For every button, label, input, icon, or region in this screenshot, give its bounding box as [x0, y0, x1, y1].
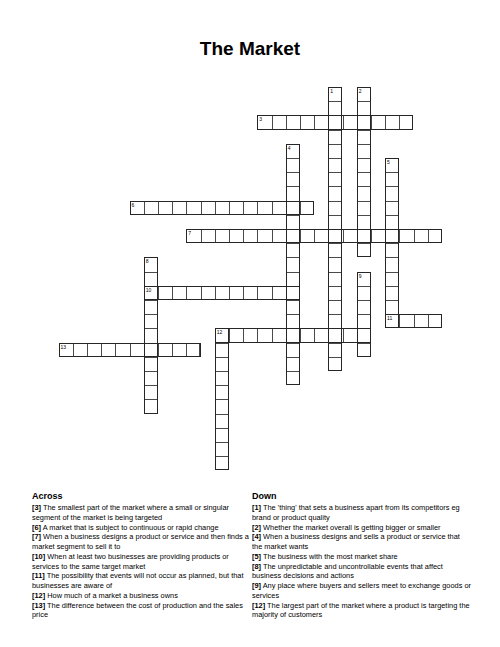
cell-number: 3: [259, 116, 262, 122]
grid-cell[interactable]: [215, 399, 229, 413]
grid-cell[interactable]: [243, 286, 257, 300]
grid-cell[interactable]: [257, 201, 271, 215]
grid-cell[interactable]: [229, 229, 243, 243]
clue-number: [5]: [252, 552, 261, 561]
grid-cell[interactable]: [357, 243, 371, 257]
grid-cell[interactable]: [101, 343, 115, 357]
grid-cell[interactable]: [300, 229, 314, 243]
grid-cell[interactable]: [215, 428, 229, 442]
grid-cell[interactable]: [385, 201, 399, 215]
grid-cell[interactable]: [229, 201, 243, 215]
clue-down-12: [12] The largest part of the market wher…: [252, 601, 471, 621]
grid-cell[interactable]: [371, 229, 385, 243]
grid-cell[interactable]: [286, 343, 300, 357]
grid-cell[interactable]: [328, 257, 342, 271]
grid-cell[interactable]: [357, 158, 371, 172]
grid-cell[interactable]: [357, 144, 371, 158]
grid-cell[interactable]: 1: [328, 87, 342, 101]
grid-cell[interactable]: [328, 158, 342, 172]
grid-cell[interactable]: [272, 328, 286, 342]
grid-cell[interactable]: [328, 115, 342, 129]
clue-number: [11]: [32, 571, 45, 580]
grid-cell[interactable]: [286, 172, 300, 186]
grid-cell[interactable]: [328, 201, 342, 215]
grid-cell[interactable]: [144, 272, 158, 286]
grid-cell[interactable]: [385, 286, 399, 300]
grid-cell[interactable]: [328, 144, 342, 158]
grid-cell[interactable]: [172, 286, 186, 300]
grid-cell[interactable]: [144, 343, 158, 357]
grid-cell[interactable]: [328, 243, 342, 257]
grid-cell[interactable]: 5: [385, 158, 399, 172]
grid-cell[interactable]: [399, 229, 413, 243]
grid-cell[interactable]: [328, 343, 342, 357]
grid-cell[interactable]: [357, 201, 371, 215]
grid-cell[interactable]: 12: [215, 328, 229, 342]
grid-cell[interactable]: [385, 229, 399, 243]
grid-cell[interactable]: [286, 186, 300, 200]
grid-cell[interactable]: 6: [130, 201, 144, 215]
grid-cell[interactable]: [286, 314, 300, 328]
grid-cell[interactable]: [328, 172, 342, 186]
grid-cell[interactable]: 10: [144, 286, 158, 300]
grid-cell[interactable]: [243, 229, 257, 243]
down-clue-list: [1] The 'thing' that sets a business apa…: [252, 503, 471, 620]
grid-cell[interactable]: [385, 115, 399, 129]
grid-cell[interactable]: [144, 385, 158, 399]
clue-number: [12]: [32, 591, 45, 600]
grid-cell[interactable]: [328, 357, 342, 371]
grid-cell[interactable]: [357, 229, 371, 243]
grid-cell[interactable]: [286, 257, 300, 271]
grid-cell[interactable]: [286, 158, 300, 172]
grid-cell[interactable]: [215, 414, 229, 428]
grid-cell[interactable]: 9: [357, 272, 371, 286]
grid-cell[interactable]: [115, 343, 129, 357]
grid-cell[interactable]: [357, 215, 371, 229]
grid-cell[interactable]: [286, 328, 300, 342]
clue-down-5: [5] The business with the most market sh…: [252, 552, 471, 562]
across-clue-list: [3] The smallest part of the market wher…: [32, 503, 251, 620]
grid-cell[interactable]: [385, 300, 399, 314]
grid-cell[interactable]: [314, 328, 328, 342]
down-header: Down: [252, 491, 471, 502]
clue-number: [1]: [252, 503, 261, 512]
grid-cell[interactable]: [215, 357, 229, 371]
clue-across-12: [12] How much of a market a business own…: [32, 591, 251, 601]
grid-cell[interactable]: [399, 115, 413, 129]
grid-cell[interactable]: [328, 300, 342, 314]
clue-down-2: [2] Whether the market overall is gettin…: [252, 523, 471, 533]
grid-cell[interactable]: [272, 115, 286, 129]
clue-across-3: [3] The smallest part of the market wher…: [32, 503, 251, 523]
grid-cell[interactable]: [215, 343, 229, 357]
grid-cell[interactable]: [328, 272, 342, 286]
cell-number: 4: [288, 145, 291, 151]
grid-cell[interactable]: [328, 186, 342, 200]
grid-cell[interactable]: 11: [385, 314, 399, 328]
clue-across-7: [7] When a business designs a product or…: [32, 532, 251, 552]
grid-cell[interactable]: [144, 201, 158, 215]
grid-cell[interactable]: [300, 201, 314, 215]
clue-number: [3]: [32, 503, 41, 512]
cell-number: 8: [146, 258, 149, 264]
grid-cell[interactable]: [357, 343, 371, 357]
clue-number: [4]: [252, 532, 261, 541]
grid-cell[interactable]: [300, 328, 314, 342]
grid-cell[interactable]: [385, 172, 399, 186]
grid-cell[interactable]: [272, 286, 286, 300]
cell-number: 12: [217, 329, 223, 335]
grid-cell[interactable]: [215, 442, 229, 456]
across-clues-section: Across [3] The smallest part of the mark…: [32, 491, 251, 620]
grid-cell[interactable]: [328, 328, 342, 342]
cell-number: 13: [61, 344, 67, 350]
clue-down-9: [9] Any place where buyers and sellers m…: [252, 581, 471, 601]
clue-across-11: [11] The possibility that events will no…: [32, 571, 251, 591]
cell-number: 7: [188, 230, 191, 236]
grid-cell[interactable]: [357, 286, 371, 300]
grid-cell[interactable]: [73, 343, 87, 357]
grid-cell[interactable]: [144, 399, 158, 413]
grid-cell[interactable]: [201, 286, 215, 300]
grid-cell[interactable]: [215, 456, 229, 470]
grid-cell[interactable]: 8: [144, 257, 158, 271]
grid-cell[interactable]: [215, 371, 229, 385]
clue-down-1: [1] The 'thing' that sets a business apa…: [252, 503, 471, 523]
grid-cell[interactable]: [186, 286, 200, 300]
grid-cell[interactable]: [286, 300, 300, 314]
grid-cell[interactable]: [286, 201, 300, 215]
cell-number: 5: [387, 159, 390, 165]
grid-cell[interactable]: [385, 186, 399, 200]
grid-cell[interactable]: [144, 314, 158, 328]
clue-across-13: [13] The difference between the cost of …: [32, 601, 251, 621]
clue-number: [2]: [252, 523, 261, 532]
grid-cell[interactable]: [243, 201, 257, 215]
grid-cell[interactable]: [158, 286, 172, 300]
across-header: Across: [32, 491, 251, 502]
grid-cell[interactable]: [357, 328, 371, 342]
grid-cell[interactable]: [300, 115, 314, 129]
grid-cell[interactable]: [328, 314, 342, 328]
grid-cell[interactable]: [229, 328, 243, 342]
grid-cell[interactable]: 2: [357, 87, 371, 101]
grid-cell[interactable]: [286, 371, 300, 385]
grid-cell[interactable]: [201, 201, 215, 215]
down-clues-section: Down [1] The 'thing' that sets a busines…: [252, 491, 471, 620]
grid-cell[interactable]: [314, 115, 328, 129]
grid-cell[interactable]: [343, 328, 357, 342]
clue-number: [8]: [252, 562, 261, 571]
crossword-page: The Market 12345678910111213 Across [3] …: [0, 0, 500, 647]
clue-number: [13]: [32, 601, 45, 610]
grid-cell[interactable]: [243, 328, 257, 342]
grid-cell[interactable]: [257, 229, 271, 243]
grid-cell[interactable]: [186, 343, 200, 357]
grid-cell[interactable]: [286, 115, 300, 129]
crossword-board: 12345678910111213: [59, 87, 442, 470]
grid-cell[interactable]: [357, 115, 371, 129]
grid-cell[interactable]: [328, 229, 342, 243]
grid-cell[interactable]: [130, 343, 144, 357]
cell-number: 10: [146, 287, 152, 293]
grid-cell[interactable]: [144, 357, 158, 371]
cell-number: 1: [330, 88, 333, 94]
grid-cell[interactable]: [286, 286, 300, 300]
grid-cell[interactable]: [385, 243, 399, 257]
grid-cell[interactable]: [215, 201, 229, 215]
grid-cell[interactable]: [257, 286, 271, 300]
grid-cell[interactable]: [286, 272, 300, 286]
grid-cell[interactable]: [158, 343, 172, 357]
grid-cell[interactable]: [343, 115, 357, 129]
clue-number: [10]: [32, 552, 45, 561]
grid-cell[interactable]: [328, 215, 342, 229]
clue-number: [12]: [252, 601, 265, 610]
grid-cell[interactable]: 4: [286, 144, 300, 158]
clue-number: [7]: [32, 532, 41, 541]
grid-cell[interactable]: [414, 229, 428, 243]
grid-cell[interactable]: [385, 272, 399, 286]
grid-cell[interactable]: [357, 130, 371, 144]
grid-cell[interactable]: [286, 229, 300, 243]
grid-cell[interactable]: [357, 300, 371, 314]
cell-number: 9: [359, 273, 362, 279]
grid-cell[interactable]: [272, 229, 286, 243]
grid-cell[interactable]: [87, 343, 101, 357]
clue-down-4: [4] When a business designs and sells a …: [252, 532, 471, 552]
grid-cell[interactable]: [328, 130, 342, 144]
grid-cell[interactable]: [286, 357, 300, 371]
grid-cell[interactable]: [215, 229, 229, 243]
grid-cell[interactable]: [286, 215, 300, 229]
grid-cell[interactable]: [144, 371, 158, 385]
grid-cell[interactable]: [371, 115, 385, 129]
grid-cell[interactable]: 3: [257, 115, 271, 129]
clue-across-10: [10] When at least two businesses are pr…: [32, 552, 251, 572]
clue-number: [6]: [32, 523, 41, 532]
cell-number: 6: [132, 202, 135, 208]
puzzle-title: The Market: [0, 38, 500, 60]
grid-cell[interactable]: 13: [59, 343, 73, 357]
grid-cell[interactable]: [144, 300, 158, 314]
clue-number: [9]: [252, 581, 261, 590]
grid-cell[interactable]: [158, 201, 172, 215]
grid-cell[interactable]: [144, 328, 158, 342]
grid-cell[interactable]: [215, 385, 229, 399]
grid-cell[interactable]: [215, 286, 229, 300]
grid-cell[interactable]: [201, 229, 215, 243]
grid-cell[interactable]: [357, 172, 371, 186]
cell-number: 11: [387, 315, 392, 321]
grid-cell[interactable]: [385, 215, 399, 229]
clue-down-8: [8] The unpredictable and uncontrollable…: [252, 562, 471, 582]
grid-cell[interactable]: [357, 314, 371, 328]
grid-cell[interactable]: [414, 314, 428, 328]
grid-cell[interactable]: [229, 286, 243, 300]
grid-cell[interactable]: [428, 314, 442, 328]
grid-cell[interactable]: [257, 328, 271, 342]
grid-cell[interactable]: [399, 314, 413, 328]
grid-cell[interactable]: 7: [186, 229, 200, 243]
grid-cell[interactable]: [328, 101, 342, 115]
grid-cell[interactable]: [357, 101, 371, 115]
grid-cell[interactable]: [172, 343, 186, 357]
grid-cell[interactable]: [428, 229, 442, 243]
grid-cell[interactable]: [357, 186, 371, 200]
grid-cell[interactable]: [172, 201, 186, 215]
clue-across-6: [6] A market that is subject to continuo…: [32, 523, 251, 533]
grid-cell[interactable]: [286, 243, 300, 257]
grid-cell[interactable]: [385, 257, 399, 271]
cell-number: 2: [359, 88, 362, 94]
grid-cell[interactable]: [314, 229, 328, 243]
grid-cell[interactable]: [186, 201, 200, 215]
grid-cell[interactable]: [272, 201, 286, 215]
grid-cell[interactable]: [328, 286, 342, 300]
grid-cell[interactable]: [343, 229, 357, 243]
